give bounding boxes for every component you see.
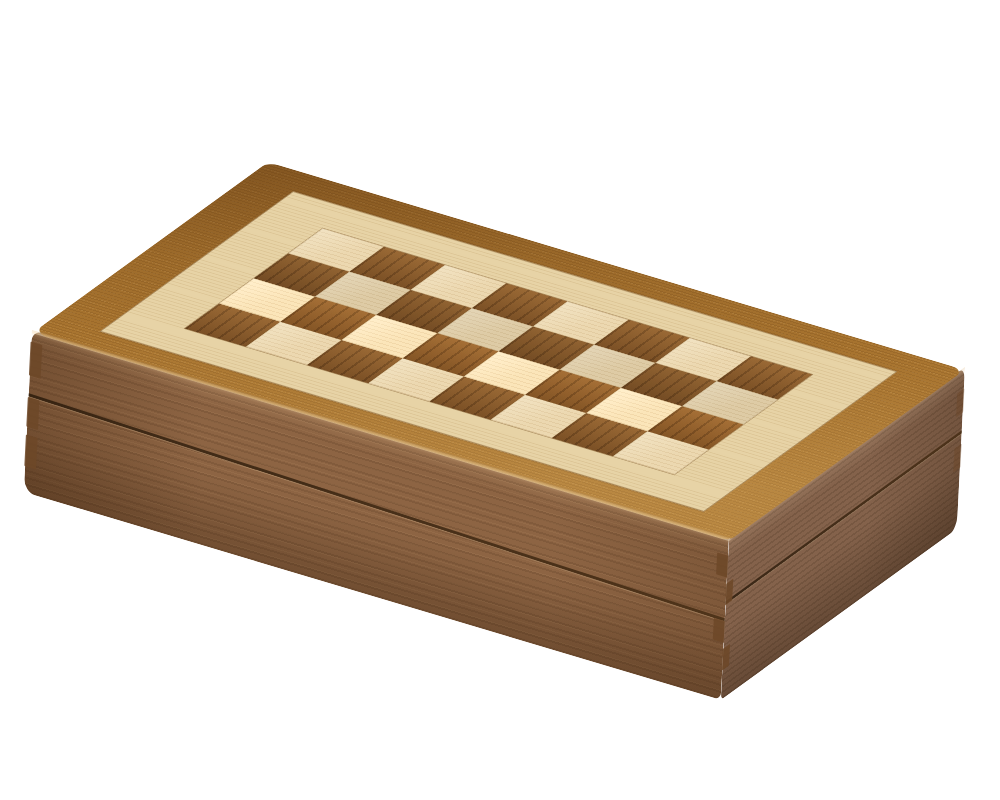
finger-joint (953, 444, 961, 473)
finger-joint (725, 579, 733, 606)
finger-joint (29, 342, 42, 379)
finger-joint (956, 388, 964, 417)
finger-joint (722, 644, 730, 671)
finger-joint (26, 397, 39, 430)
finger-joint (24, 434, 37, 469)
product-photo-scene (0, 0, 1000, 800)
